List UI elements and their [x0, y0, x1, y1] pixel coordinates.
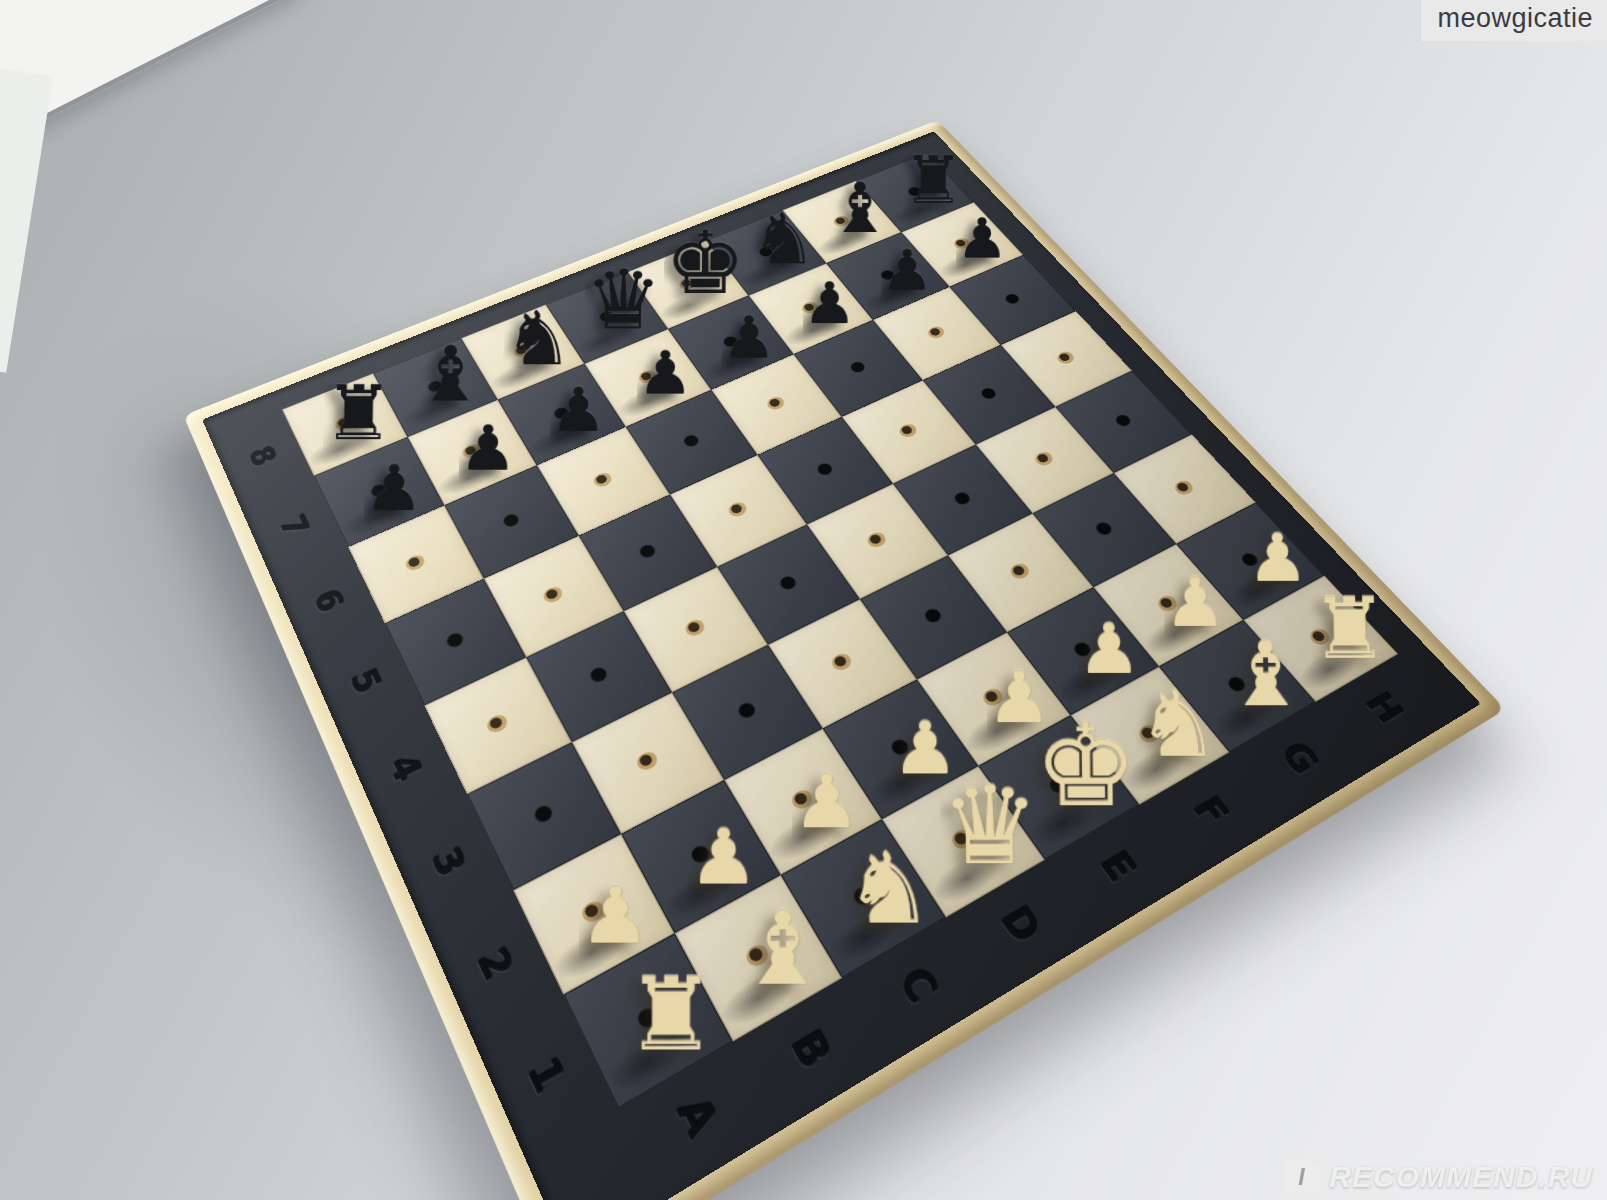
white-pawn-b2: ♟: [688, 819, 758, 895]
white-bishop-g1: ♝: [1224, 630, 1308, 719]
watermark-site-text: RECOMMEND.RU: [1329, 1160, 1593, 1194]
white-rook-a1: ♜: [625, 963, 718, 1064]
windowsill-scene: 87654321 ABCDEFGH ♜♝♞♛♚♞♝♜♟♟♟♟♟♟♟♟♟♟♟♟♟♟…: [0, 0, 1607, 1200]
white-king-e1: ♚: [1033, 710, 1138, 823]
white-rook-h1: ♜: [1310, 586, 1390, 671]
black-pawn-c7: ♟: [550, 379, 607, 440]
black-rook-h8: ♜: [902, 147, 964, 213]
black-bishop-b8: ♝: [414, 336, 486, 412]
black-pawn-d7: ♟: [637, 343, 693, 403]
black-bishop-g8: ♝: [828, 174, 893, 243]
white-knight-c1: ♞: [844, 840, 935, 939]
black-pawn-f7: ♟: [803, 274, 857, 331]
white-pawn-a2: ♟: [579, 876, 651, 954]
white-queen-d1: ♛: [940, 771, 1041, 880]
white-bishop-b1: ♝: [736, 899, 829, 1000]
black-pawn-a7: ♟: [364, 456, 424, 520]
white-pawn-f2: ♟: [1077, 614, 1142, 683]
window-frame-edge: [0, 67, 53, 373]
black-queen-d8: ♛: [584, 258, 662, 341]
black-pawn-e7: ♟: [721, 308, 776, 367]
white-pawn-g2: ♟: [1163, 568, 1227, 636]
black-pawn-h7: ♟: [956, 211, 1008, 266]
rank-label-8: 8: [205, 416, 321, 499]
black-pawn-b7: ♟: [459, 417, 518, 479]
square-d5: [670, 455, 807, 567]
black-pawn-g7: ♟: [881, 242, 934, 298]
speech-bubble-icon: I: [1282, 1161, 1320, 1193]
black-king-e8: ♚: [664, 220, 746, 307]
black-knight-f8: ♞: [751, 204, 817, 274]
watermark-username: meowgicatie: [1421, 0, 1607, 41]
watermark-irecommend: I RECOMMEND.RU: [1282, 1160, 1593, 1194]
white-pawn-h2: ♟: [1246, 525, 1308, 591]
black-knight-c8: ♞: [503, 301, 573, 376]
rank-label-7: 7: [235, 483, 355, 572]
black-rook-a8: ♜: [323, 375, 395, 451]
white-pawn-c2: ♟: [792, 764, 861, 838]
white-knight-f1: ♞: [1135, 679, 1220, 770]
